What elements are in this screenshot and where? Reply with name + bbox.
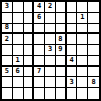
cell-r8c5[interactable] bbox=[45, 77, 56, 88]
cell-r2c7[interactable] bbox=[67, 13, 78, 24]
cell-r9c8[interactable] bbox=[77, 88, 88, 99]
cell-r7c3[interactable] bbox=[24, 67, 35, 78]
cell-r5c5: 3 bbox=[45, 45, 56, 56]
cell-r3c2[interactable] bbox=[13, 24, 24, 35]
cell-r9c2[interactable] bbox=[13, 88, 24, 99]
cell-r9c4[interactable] bbox=[34, 88, 45, 99]
cell-r6c9[interactable] bbox=[88, 56, 99, 67]
cell-r1c4: 4 bbox=[34, 2, 45, 13]
cell-r3c3[interactable] bbox=[24, 24, 35, 35]
cell-r7c1: 5 bbox=[2, 67, 13, 78]
cell-r7c5[interactable] bbox=[45, 67, 56, 78]
cell-r8c3[interactable] bbox=[24, 77, 35, 88]
cell-r8c6[interactable] bbox=[56, 77, 67, 88]
cell-r6c2: 1 bbox=[13, 56, 24, 67]
cell-r2c4: 6 bbox=[34, 13, 45, 24]
cell-r5c3[interactable] bbox=[24, 45, 35, 56]
cell-r7c4: 7 bbox=[34, 67, 45, 78]
cell-r1c7[interactable] bbox=[67, 2, 78, 13]
cell-r8c8[interactable] bbox=[77, 77, 88, 88]
cell-r7c2: 6 bbox=[13, 67, 24, 78]
cell-r2c2[interactable] bbox=[13, 13, 24, 24]
cell-r4c3[interactable] bbox=[24, 34, 35, 45]
sudoku-puzzle: 34261828391456738 bbox=[0, 0, 101, 101]
cell-r6c5[interactable] bbox=[45, 56, 56, 67]
cell-r6c4[interactable] bbox=[34, 56, 45, 67]
cell-r5c1[interactable] bbox=[2, 45, 13, 56]
cell-r9c1[interactable] bbox=[2, 88, 13, 99]
cell-r8c7: 3 bbox=[67, 77, 78, 88]
cell-r5c6: 9 bbox=[56, 45, 67, 56]
cell-r4c5[interactable] bbox=[45, 34, 56, 45]
cell-r1c9[interactable] bbox=[88, 2, 99, 13]
cell-r4c8[interactable] bbox=[77, 34, 88, 45]
cell-r3c8[interactable] bbox=[77, 24, 88, 35]
cell-r4c7[interactable] bbox=[67, 34, 78, 45]
cell-r2c3[interactable] bbox=[24, 13, 35, 24]
cell-r6c6[interactable] bbox=[56, 56, 67, 67]
cell-r9c7[interactable] bbox=[67, 88, 78, 99]
cell-r5c4[interactable] bbox=[34, 45, 45, 56]
cell-r4c4[interactable] bbox=[34, 34, 45, 45]
cell-r3c5[interactable] bbox=[45, 24, 56, 35]
cell-r1c3[interactable] bbox=[24, 2, 35, 13]
cell-r9c9[interactable] bbox=[88, 88, 99, 99]
cell-r3c1: 8 bbox=[2, 24, 13, 35]
cell-r8c4[interactable] bbox=[34, 77, 45, 88]
cell-r5c9[interactable] bbox=[88, 45, 99, 56]
cell-r4c6: 8 bbox=[56, 34, 67, 45]
cell-r5c7[interactable] bbox=[67, 45, 78, 56]
cell-r1c1: 3 bbox=[2, 2, 13, 13]
cell-r7c7[interactable] bbox=[67, 67, 78, 78]
cell-r1c6[interactable] bbox=[56, 2, 67, 13]
sudoku-board: 34261828391456738 bbox=[0, 0, 101, 101]
cell-r8c9: 8 bbox=[88, 77, 99, 88]
cell-r6c3[interactable] bbox=[24, 56, 35, 67]
cell-r5c8[interactable] bbox=[77, 45, 88, 56]
cell-r4c1: 2 bbox=[2, 34, 13, 45]
cell-r9c3[interactable] bbox=[24, 88, 35, 99]
cell-r1c5: 2 bbox=[45, 2, 56, 13]
cell-r2c1[interactable] bbox=[2, 13, 13, 24]
cell-r3c6[interactable] bbox=[56, 24, 67, 35]
cell-r4c9[interactable] bbox=[88, 34, 99, 45]
cell-r6c8[interactable] bbox=[77, 56, 88, 67]
cell-r7c9[interactable] bbox=[88, 67, 99, 78]
cell-r8c2[interactable] bbox=[13, 77, 24, 88]
cell-r7c6[interactable] bbox=[56, 67, 67, 78]
cell-r9c5[interactable] bbox=[45, 88, 56, 99]
cell-r2c8: 1 bbox=[77, 13, 88, 24]
cell-r6c7: 4 bbox=[67, 56, 78, 67]
cell-r2c5[interactable] bbox=[45, 13, 56, 24]
cell-r8c1[interactable] bbox=[2, 77, 13, 88]
cell-r1c8[interactable] bbox=[77, 2, 88, 13]
cell-r4c2[interactable] bbox=[13, 34, 24, 45]
cell-r9c6[interactable] bbox=[56, 88, 67, 99]
cell-r3c9[interactable] bbox=[88, 24, 99, 35]
cell-r5c2[interactable] bbox=[13, 45, 24, 56]
cell-r1c2[interactable] bbox=[13, 2, 24, 13]
cell-r6c1[interactable] bbox=[2, 56, 13, 67]
cell-r2c9[interactable] bbox=[88, 13, 99, 24]
cell-r3c4[interactable] bbox=[34, 24, 45, 35]
cell-r2c6[interactable] bbox=[56, 13, 67, 24]
cell-r7c8[interactable] bbox=[77, 67, 88, 78]
cell-r3c7[interactable] bbox=[67, 24, 78, 35]
